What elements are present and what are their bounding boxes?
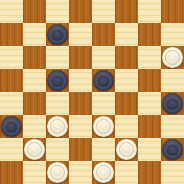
checkers-board: ⛂⛀⛂⛂⛂⛂⛀⛀⛀⛀⛂⛀⛀ bbox=[0, 0, 184, 184]
square-10[interactable] bbox=[69, 46, 92, 69]
square-r4c2 bbox=[46, 92, 69, 115]
square-13[interactable] bbox=[0, 69, 23, 92]
white-man-piece[interactable]: ⛀ bbox=[162, 47, 183, 68]
square-8[interactable] bbox=[138, 23, 161, 46]
square-20[interactable]: ⛂ bbox=[161, 92, 184, 115]
square-r6c4 bbox=[92, 138, 115, 161]
square-r4c4 bbox=[92, 92, 115, 115]
square-29[interactable] bbox=[0, 161, 23, 184]
square-r7c5 bbox=[115, 161, 138, 184]
black-man-glyph: ⛂ bbox=[168, 145, 176, 155]
square-5[interactable] bbox=[0, 23, 23, 46]
black-man-piece[interactable]: ⛂ bbox=[47, 70, 68, 91]
square-r2c0 bbox=[0, 46, 23, 69]
square-21[interactable]: ⛂ bbox=[0, 115, 23, 138]
square-r1c7 bbox=[161, 23, 184, 46]
white-man-glyph: ⛀ bbox=[53, 168, 61, 178]
square-r7c3 bbox=[69, 161, 92, 184]
black-man-glyph: ⛂ bbox=[99, 76, 107, 86]
square-r1c3 bbox=[69, 23, 92, 46]
square-28[interactable]: ⛂ bbox=[161, 138, 184, 161]
square-r6c6 bbox=[138, 138, 161, 161]
black-man-piece[interactable]: ⛂ bbox=[1, 116, 22, 137]
white-man-piece[interactable]: ⛀ bbox=[93, 162, 114, 183]
square-14[interactable]: ⛂ bbox=[46, 69, 69, 92]
white-man-piece[interactable]: ⛀ bbox=[47, 162, 68, 183]
square-r5c1 bbox=[23, 115, 46, 138]
square-27[interactable]: ⛀ bbox=[115, 138, 138, 161]
square-r2c4 bbox=[92, 46, 115, 69]
square-23[interactable]: ⛀ bbox=[92, 115, 115, 138]
square-25[interactable]: ⛀ bbox=[23, 138, 46, 161]
square-17[interactable] bbox=[23, 92, 46, 115]
square-r3c7 bbox=[161, 69, 184, 92]
square-1[interactable] bbox=[23, 0, 46, 23]
square-r4c6 bbox=[138, 92, 161, 115]
square-22[interactable]: ⛀ bbox=[46, 115, 69, 138]
black-man-glyph: ⛂ bbox=[7, 122, 15, 132]
white-man-piece[interactable]: ⛀ bbox=[24, 139, 45, 160]
square-r2c6 bbox=[138, 46, 161, 69]
square-r7c1 bbox=[23, 161, 46, 184]
white-man-glyph: ⛀ bbox=[53, 122, 61, 132]
black-man-piece[interactable]: ⛂ bbox=[162, 93, 183, 114]
black-man-piece[interactable]: ⛂ bbox=[47, 24, 68, 45]
square-3[interactable] bbox=[115, 0, 138, 23]
square-r5c5 bbox=[115, 115, 138, 138]
square-19[interactable] bbox=[115, 92, 138, 115]
square-11[interactable] bbox=[115, 46, 138, 69]
square-24[interactable] bbox=[138, 115, 161, 138]
square-18[interactable] bbox=[69, 92, 92, 115]
square-9[interactable] bbox=[23, 46, 46, 69]
square-r1c5 bbox=[115, 23, 138, 46]
black-man-glyph: ⛂ bbox=[53, 76, 61, 86]
square-r3c3 bbox=[69, 69, 92, 92]
square-r5c3 bbox=[69, 115, 92, 138]
square-r0c4 bbox=[92, 0, 115, 23]
white-man-glyph: ⛀ bbox=[30, 145, 38, 155]
white-man-piece[interactable]: ⛀ bbox=[47, 116, 68, 137]
white-man-glyph: ⛀ bbox=[168, 53, 176, 63]
white-man-piece[interactable]: ⛀ bbox=[116, 139, 137, 160]
square-r3c1 bbox=[23, 69, 46, 92]
square-15[interactable]: ⛂ bbox=[92, 69, 115, 92]
square-r0c0 bbox=[0, 0, 23, 23]
square-12[interactable]: ⛀ bbox=[161, 46, 184, 69]
square-30[interactable]: ⛀ bbox=[46, 161, 69, 184]
square-r6c2 bbox=[46, 138, 69, 161]
square-r0c2 bbox=[46, 0, 69, 23]
square-r4c0 bbox=[0, 92, 23, 115]
white-man-glyph: ⛀ bbox=[122, 145, 130, 155]
square-r1c1 bbox=[23, 23, 46, 46]
square-6[interactable]: ⛂ bbox=[46, 23, 69, 46]
square-7[interactable] bbox=[92, 23, 115, 46]
square-31[interactable]: ⛀ bbox=[92, 161, 115, 184]
square-r0c6 bbox=[138, 0, 161, 23]
square-r5c7 bbox=[161, 115, 184, 138]
black-man-glyph: ⛂ bbox=[53, 30, 61, 40]
black-man-piece[interactable]: ⛂ bbox=[162, 139, 183, 160]
square-32[interactable] bbox=[138, 161, 161, 184]
black-man-glyph: ⛂ bbox=[168, 99, 176, 109]
white-man-glyph: ⛀ bbox=[99, 122, 107, 132]
square-r2c2 bbox=[46, 46, 69, 69]
black-man-piece[interactable]: ⛂ bbox=[93, 70, 114, 91]
white-man-piece[interactable]: ⛀ bbox=[93, 116, 114, 137]
square-4[interactable] bbox=[161, 0, 184, 23]
square-2[interactable] bbox=[69, 0, 92, 23]
square-r3c5 bbox=[115, 69, 138, 92]
white-man-glyph: ⛀ bbox=[99, 168, 107, 178]
square-26[interactable] bbox=[69, 138, 92, 161]
square-r6c0 bbox=[0, 138, 23, 161]
square-r7c7 bbox=[161, 161, 184, 184]
square-16[interactable] bbox=[138, 69, 161, 92]
